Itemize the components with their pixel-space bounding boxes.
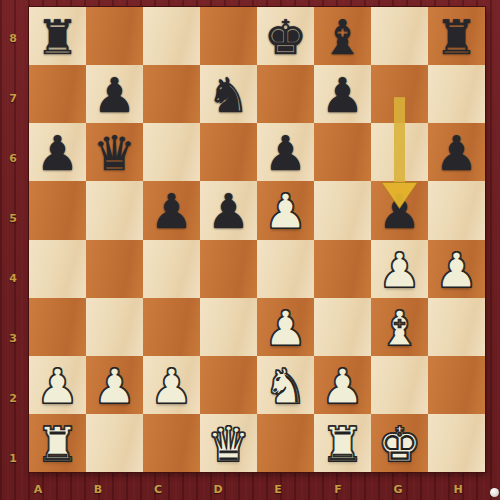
square-b8[interactable] [86,7,143,65]
piece-white-rook[interactable]: ♜ [36,420,79,468]
board-window: ♜♚♝♜♟♞♟♟♛♟♟♟♟♟♟♟♟♟♝♟♟♟♞♟♜♛♜♚ 87654321 AB… [0,0,500,500]
square-h6[interactable]: ♟ [428,123,485,181]
square-e3[interactable]: ♟ [257,298,314,356]
piece-white-pawn[interactable]: ♟ [378,246,421,294]
piece-white-pawn[interactable]: ♟ [93,362,136,410]
square-e7[interactable] [257,65,314,123]
file-label-g: G [390,483,406,497]
rank-label-6: 6 [5,152,21,166]
piece-black-pawn[interactable]: ♟ [36,129,79,177]
piece-white-pawn[interactable]: ♟ [36,362,79,410]
piece-white-rook[interactable]: ♜ [321,420,364,468]
square-f1[interactable]: ♜ [314,414,371,472]
square-d4[interactable] [200,240,257,298]
piece-black-pawn[interactable]: ♟ [435,129,478,177]
square-b5[interactable] [86,181,143,239]
square-h2[interactable] [428,356,485,414]
square-a6[interactable]: ♟ [29,123,86,181]
piece-white-pawn[interactable]: ♟ [264,187,307,235]
piece-black-rook[interactable]: ♜ [36,13,79,61]
rank-label-7: 7 [5,92,21,106]
square-g3[interactable]: ♝ [371,298,428,356]
square-e8[interactable]: ♚ [257,7,314,65]
square-f6[interactable] [314,123,371,181]
square-b6[interactable]: ♛ [86,123,143,181]
square-a5[interactable] [29,181,86,239]
piece-black-pawn[interactable]: ♟ [93,71,136,119]
piece-black-queen[interactable]: ♛ [93,129,136,177]
square-f7[interactable]: ♟ [314,65,371,123]
square-a2[interactable]: ♟ [29,356,86,414]
square-e2[interactable]: ♞ [257,356,314,414]
piece-white-pawn[interactable]: ♟ [321,362,364,410]
piece-black-pawn[interactable]: ♟ [264,129,307,177]
square-b2[interactable]: ♟ [86,356,143,414]
square-h3[interactable] [428,298,485,356]
rank-label-8: 8 [5,32,21,46]
square-e4[interactable] [257,240,314,298]
square-b4[interactable] [86,240,143,298]
rank-label-4: 4 [5,272,21,286]
piece-black-pawn[interactable]: ♟ [150,187,193,235]
piece-white-pawn[interactable]: ♟ [435,246,478,294]
piece-white-bishop[interactable]: ♝ [378,304,421,352]
square-g2[interactable] [371,356,428,414]
square-d5[interactable]: ♟ [200,181,257,239]
square-g8[interactable] [371,7,428,65]
square-b7[interactable]: ♟ [86,65,143,123]
square-g4[interactable]: ♟ [371,240,428,298]
square-f2[interactable]: ♟ [314,356,371,414]
file-label-h: H [450,483,466,497]
file-label-d: D [210,483,226,497]
square-d3[interactable] [200,298,257,356]
rank-label-3: 3 [5,332,21,346]
file-label-a: A [30,483,46,497]
piece-white-pawn[interactable]: ♟ [264,304,307,352]
piece-white-king[interactable]: ♚ [378,420,421,468]
square-f4[interactable] [314,240,371,298]
piece-black-pawn[interactable]: ♟ [321,71,364,119]
square-g7[interactable] [371,65,428,123]
piece-white-queen[interactable]: ♛ [207,420,250,468]
square-e5[interactable]: ♟ [257,181,314,239]
square-g1[interactable]: ♚ [371,414,428,472]
piece-white-pawn[interactable]: ♟ [150,362,193,410]
piece-white-knight[interactable]: ♞ [264,362,307,410]
square-c4[interactable] [143,240,200,298]
square-g5[interactable]: ♟ [371,181,428,239]
board-grid: ♜♚♝♜♟♞♟♟♛♟♟♟♟♟♟♟♟♟♝♟♟♟♞♟♜♛♜♚ [29,7,485,472]
square-a3[interactable] [29,298,86,356]
square-c1[interactable] [143,414,200,472]
square-g6[interactable] [371,123,428,181]
rank-label-2: 2 [5,392,21,406]
square-f5[interactable] [314,181,371,239]
square-a1[interactable]: ♜ [29,414,86,472]
square-d2[interactable] [200,356,257,414]
square-a4[interactable] [29,240,86,298]
rank-label-5: 5 [5,212,21,226]
square-a7[interactable] [29,65,86,123]
square-d7[interactable]: ♞ [200,65,257,123]
square-h1[interactable] [428,414,485,472]
piece-black-rook[interactable]: ♜ [435,13,478,61]
square-f8[interactable]: ♝ [314,7,371,65]
square-d6[interactable] [200,123,257,181]
square-e6[interactable]: ♟ [257,123,314,181]
square-h4[interactable]: ♟ [428,240,485,298]
piece-black-bishop[interactable]: ♝ [321,13,364,61]
square-c5[interactable]: ♟ [143,181,200,239]
square-c2[interactable]: ♟ [143,356,200,414]
square-f3[interactable] [314,298,371,356]
file-label-f: F [330,483,346,497]
file-label-c: C [150,483,166,497]
square-h7[interactable] [428,65,485,123]
square-b3[interactable] [86,298,143,356]
square-d1[interactable]: ♛ [200,414,257,472]
square-c6[interactable] [143,123,200,181]
piece-black-pawn[interactable]: ♟ [207,187,250,235]
square-e1[interactable] [257,414,314,472]
square-c8[interactable] [143,7,200,65]
rank-label-1: 1 [5,452,21,466]
file-label-b: B [90,483,106,497]
square-c3[interactable] [143,298,200,356]
file-label-e: E [270,483,286,497]
square-h8[interactable]: ♜ [428,7,485,65]
square-a8[interactable]: ♜ [29,7,86,65]
square-h5[interactable] [428,181,485,239]
corner-dot [490,488,499,497]
piece-black-king[interactable]: ♚ [264,13,307,61]
square-c7[interactable] [143,65,200,123]
piece-black-knight[interactable]: ♞ [207,71,250,119]
piece-black-pawn[interactable]: ♟ [378,187,421,235]
square-b1[interactable] [86,414,143,472]
square-d8[interactable] [200,7,257,65]
